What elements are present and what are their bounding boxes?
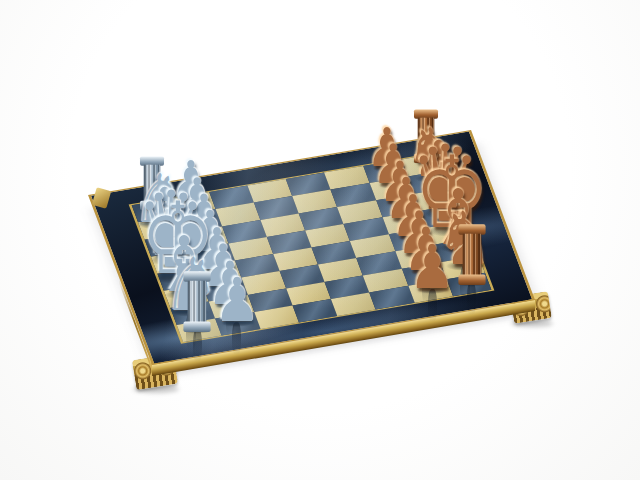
column-shaft — [462, 234, 481, 276]
piece-black-rook[interactable] — [458, 224, 485, 285]
piece-reflection — [467, 282, 475, 315]
piece-black-pawn[interactable]: ♟ — [410, 237, 456, 298]
column-shaft — [188, 280, 207, 322]
piece-white-rook[interactable] — [184, 271, 211, 332]
chess-set-photo: ♞♝♛♚♝♞♟♟♟♟♟♟♟♟♟♟♟♟♟♟♟♟♞♝♛♚♝♞ — [0, 0, 640, 480]
piece-white-pawn[interactable]: ♟ — [214, 270, 260, 331]
piece-reflection — [193, 329, 201, 362]
